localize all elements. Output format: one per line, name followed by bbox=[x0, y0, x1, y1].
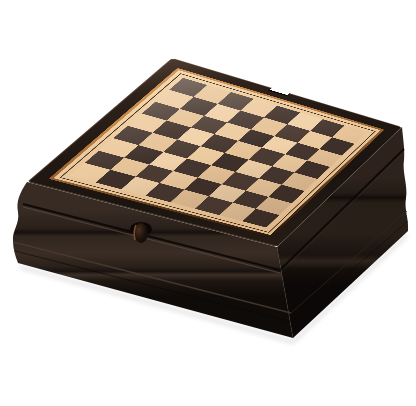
chess-box-photo bbox=[0, 0, 416, 406]
